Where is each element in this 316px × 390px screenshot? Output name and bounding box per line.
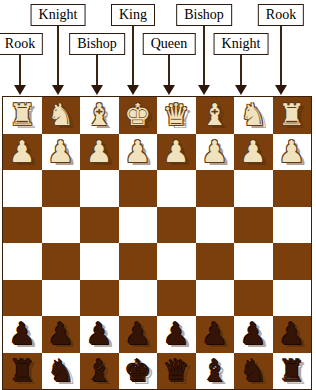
arrow-shaft xyxy=(19,55,21,87)
square-a8: ♜ xyxy=(273,353,312,390)
square-c8: ♝ xyxy=(196,353,235,390)
square-f3 xyxy=(80,170,119,207)
black-pawn: ♟ xyxy=(278,319,305,349)
arrow-down-icon xyxy=(91,85,103,95)
arrow-shaft xyxy=(240,55,242,87)
piece-label-bishop-file3: Bishop xyxy=(69,33,125,55)
square-b3 xyxy=(234,170,273,207)
white-knight: ♞ xyxy=(47,100,74,130)
square-e7: ♟ xyxy=(119,316,158,353)
square-d4 xyxy=(157,207,196,244)
square-b8: ♞ xyxy=(234,353,273,390)
white-bishop: ♝ xyxy=(201,100,228,130)
black-king: ♚ xyxy=(124,356,151,386)
white-rook: ♜ xyxy=(278,100,305,130)
square-a2: ♟ xyxy=(273,134,312,171)
white-pawn: ♟ xyxy=(163,137,190,167)
black-queen: ♛ xyxy=(163,356,190,386)
square-b4 xyxy=(234,207,273,244)
arrow-down-icon xyxy=(163,85,175,95)
square-a1: ♜ xyxy=(273,97,312,134)
piece-label-rook-file8: Rook xyxy=(258,4,304,26)
square-c7: ♟ xyxy=(196,316,235,353)
arrow-down-icon xyxy=(14,85,26,95)
square-c5 xyxy=(196,243,235,280)
arrow-shaft xyxy=(168,55,170,87)
square-h4 xyxy=(3,207,42,244)
arrow-down-icon xyxy=(235,85,247,95)
square-g6 xyxy=(42,280,81,317)
square-h5 xyxy=(3,243,42,280)
square-a3 xyxy=(273,170,312,207)
black-knight: ♞ xyxy=(47,356,74,386)
black-pawn: ♟ xyxy=(124,319,151,349)
black-knight: ♞ xyxy=(240,356,267,386)
square-d7: ♟ xyxy=(157,316,196,353)
square-g1: ♞ xyxy=(42,97,81,134)
white-rook: ♜ xyxy=(9,100,36,130)
piece-label-king-file4: King xyxy=(111,4,155,26)
square-c4 xyxy=(196,207,235,244)
square-e1: ♚ xyxy=(119,97,158,134)
black-rook: ♜ xyxy=(278,356,305,386)
square-b1: ♞ xyxy=(234,97,273,134)
square-d2: ♟ xyxy=(157,134,196,171)
arrow-shaft xyxy=(57,26,59,87)
square-g3 xyxy=(42,170,81,207)
square-a5 xyxy=(273,243,312,280)
black-pawn: ♟ xyxy=(47,319,74,349)
arrow-down-icon xyxy=(52,85,64,95)
square-h2: ♟ xyxy=(3,134,42,171)
square-f2: ♟ xyxy=(80,134,119,171)
square-h8: ♜ xyxy=(3,353,42,390)
black-pawn: ♟ xyxy=(201,319,228,349)
square-h3 xyxy=(3,170,42,207)
white-pawn: ♟ xyxy=(240,137,267,167)
white-pawn: ♟ xyxy=(86,137,113,167)
chess-starting-position-diagram: RookKnightBishopKingQueenBishopKnightRoo… xyxy=(0,0,316,390)
piece-label-rook-file1: Rook xyxy=(0,33,43,55)
square-f6 xyxy=(80,280,119,317)
square-c3 xyxy=(196,170,235,207)
piece-label-knight-file7: Knight xyxy=(214,33,269,55)
black-bishop: ♝ xyxy=(201,356,228,386)
square-b7: ♟ xyxy=(234,316,273,353)
black-pawn: ♟ xyxy=(9,319,36,349)
square-f7: ♟ xyxy=(80,316,119,353)
square-a4 xyxy=(273,207,312,244)
square-d6 xyxy=(157,280,196,317)
square-e2: ♟ xyxy=(119,134,158,171)
square-e3 xyxy=(119,170,158,207)
square-f5 xyxy=(80,243,119,280)
arrow-shaft xyxy=(96,55,98,87)
square-e4 xyxy=(119,207,158,244)
square-b5 xyxy=(234,243,273,280)
white-king: ♚ xyxy=(124,100,151,130)
square-c2: ♟ xyxy=(196,134,235,171)
black-pawn: ♟ xyxy=(86,319,113,349)
arrow-shaft xyxy=(132,26,134,87)
arrow-down-icon xyxy=(127,85,139,95)
square-g4 xyxy=(42,207,81,244)
piece-label-knight-file2: Knight xyxy=(31,4,86,26)
black-pawn: ♟ xyxy=(163,319,190,349)
square-c1: ♝ xyxy=(196,97,235,134)
square-f4 xyxy=(80,207,119,244)
white-knight: ♞ xyxy=(240,100,267,130)
square-d1: ♛ xyxy=(157,97,196,134)
square-h1: ♜ xyxy=(3,97,42,134)
square-b2: ♟ xyxy=(234,134,273,171)
square-f1: ♝ xyxy=(80,97,119,134)
white-pawn: ♟ xyxy=(278,137,305,167)
white-pawn: ♟ xyxy=(124,137,151,167)
square-a7: ♟ xyxy=(273,316,312,353)
square-b6 xyxy=(234,280,273,317)
square-e8: ♚ xyxy=(119,353,158,390)
labels-layer: RookKnightBishopKingQueenBishopKnightRoo… xyxy=(0,0,316,96)
white-pawn: ♟ xyxy=(9,137,36,167)
white-queen: ♛ xyxy=(163,100,190,130)
square-d5 xyxy=(157,243,196,280)
square-e6 xyxy=(119,280,158,317)
piece-label-bishop-file6: Bishop xyxy=(176,4,232,26)
square-d3 xyxy=(157,170,196,207)
square-a6 xyxy=(273,280,312,317)
white-pawn: ♟ xyxy=(47,137,74,167)
square-f8: ♝ xyxy=(80,353,119,390)
arrow-down-icon xyxy=(275,85,287,95)
chess-board: ♜♞♝♚♛♝♞♜♟♟♟♟♟♟♟♟♟♟♟♟♟♟♟♟♜♞♝♚♛♝♞♜ xyxy=(2,96,312,390)
white-pawn: ♟ xyxy=(201,137,228,167)
black-bishop: ♝ xyxy=(86,356,113,386)
piece-label-queen-file5: Queen xyxy=(143,33,196,55)
white-bishop: ♝ xyxy=(86,100,113,130)
square-h7: ♟ xyxy=(3,316,42,353)
black-pawn: ♟ xyxy=(240,319,267,349)
arrow-down-icon xyxy=(198,85,210,95)
black-rook: ♜ xyxy=(9,356,36,386)
square-d8: ♛ xyxy=(157,353,196,390)
square-c6 xyxy=(196,280,235,317)
square-g5 xyxy=(42,243,81,280)
arrow-shaft xyxy=(280,26,282,87)
arrow-shaft xyxy=(203,26,205,87)
square-e5 xyxy=(119,243,158,280)
square-h6 xyxy=(3,280,42,317)
square-g7: ♟ xyxy=(42,316,81,353)
square-g8: ♞ xyxy=(42,353,81,390)
square-g2: ♟ xyxy=(42,134,81,171)
